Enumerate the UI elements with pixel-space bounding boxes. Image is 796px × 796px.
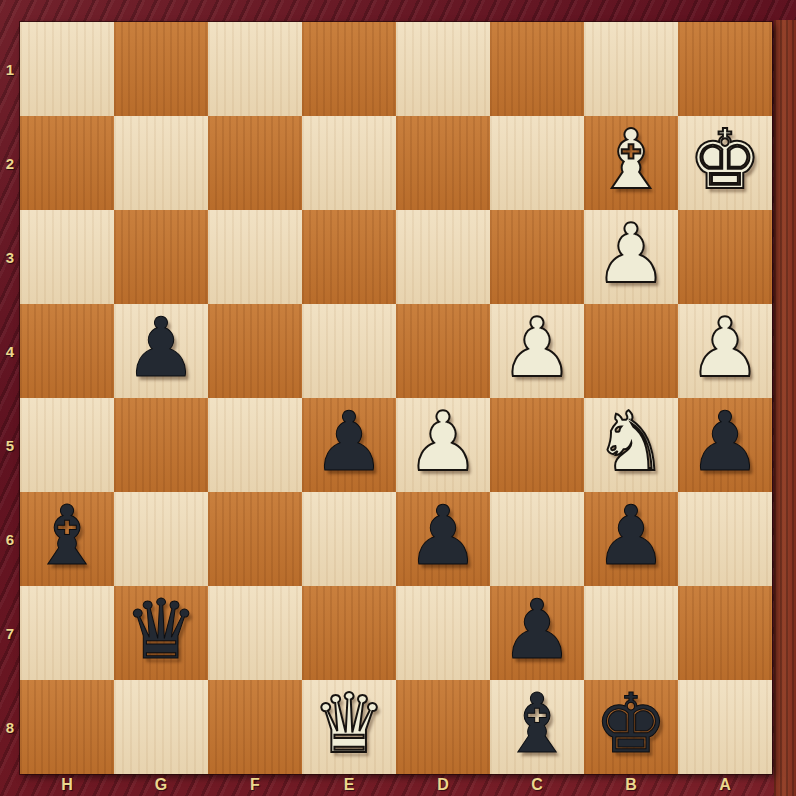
square-g3[interactable] xyxy=(114,210,208,304)
square-f8[interactable] xyxy=(208,680,302,774)
square-h7[interactable] xyxy=(20,586,114,680)
square-c8[interactable]: ♝ xyxy=(490,680,584,774)
white-pawn[interactable]: ♟ xyxy=(406,398,480,489)
black-king[interactable]: ♚ xyxy=(594,680,668,771)
square-h8[interactable] xyxy=(20,680,114,774)
square-b2[interactable]: ♝ xyxy=(584,116,678,210)
file-label-f: F xyxy=(208,774,302,796)
square-a6[interactable] xyxy=(678,492,772,586)
black-pawn[interactable]: ♟ xyxy=(312,398,386,489)
white-king[interactable]: ♚ xyxy=(688,116,762,207)
square-c1[interactable] xyxy=(490,22,584,116)
square-g4[interactable]: ♟ xyxy=(114,304,208,398)
square-e7[interactable] xyxy=(302,586,396,680)
square-g5[interactable] xyxy=(114,398,208,492)
black-pawn[interactable]: ♟ xyxy=(500,586,574,677)
square-e2[interactable] xyxy=(302,116,396,210)
square-a8[interactable] xyxy=(678,680,772,774)
square-d3[interactable] xyxy=(396,210,490,304)
black-queen[interactable]: ♛ xyxy=(124,586,198,677)
square-b4[interactable] xyxy=(584,304,678,398)
black-bishop[interactable]: ♝ xyxy=(500,680,574,771)
rank-label-4: 4 xyxy=(0,304,20,398)
square-h5[interactable] xyxy=(20,398,114,492)
square-b5[interactable]: ♞ xyxy=(584,398,678,492)
white-knight[interactable]: ♞ xyxy=(594,398,668,489)
square-c5[interactable] xyxy=(490,398,584,492)
rank-label-2: 2 xyxy=(0,116,20,210)
square-e8[interactable]: ♛ xyxy=(302,680,396,774)
square-c6[interactable] xyxy=(490,492,584,586)
black-pawn[interactable]: ♟ xyxy=(594,492,668,583)
square-d4[interactable] xyxy=(396,304,490,398)
file-label-a: A xyxy=(678,774,772,796)
rank-label-8: 8 xyxy=(0,680,20,774)
square-a4[interactable]: ♟ xyxy=(678,304,772,398)
square-f4[interactable] xyxy=(208,304,302,398)
square-d7[interactable] xyxy=(396,586,490,680)
white-bishop[interactable]: ♝ xyxy=(594,116,668,207)
square-f2[interactable] xyxy=(208,116,302,210)
square-b6[interactable]: ♟ xyxy=(584,492,678,586)
square-b3[interactable]: ♟ xyxy=(584,210,678,304)
rank-labels: 12345678 xyxy=(0,22,20,774)
square-a7[interactable] xyxy=(678,586,772,680)
square-g6[interactable] xyxy=(114,492,208,586)
square-g7[interactable]: ♛ xyxy=(114,586,208,680)
square-b8[interactable]: ♚ xyxy=(584,680,678,774)
square-e3[interactable] xyxy=(302,210,396,304)
black-pawn[interactable]: ♟ xyxy=(688,398,762,489)
square-d2[interactable] xyxy=(396,116,490,210)
chess-board: ♝♚♟♟♟♟♟♟♞♟♝♟♟♛♟♛♝♚ xyxy=(20,22,772,774)
square-d8[interactable] xyxy=(396,680,490,774)
square-a3[interactable] xyxy=(678,210,772,304)
rank-label-5: 5 xyxy=(0,398,20,492)
square-a2[interactable]: ♚ xyxy=(678,116,772,210)
square-e4[interactable] xyxy=(302,304,396,398)
black-bishop[interactable]: ♝ xyxy=(30,492,104,583)
square-d1[interactable] xyxy=(396,22,490,116)
square-h1[interactable] xyxy=(20,22,114,116)
square-e1[interactable] xyxy=(302,22,396,116)
square-h2[interactable] xyxy=(20,116,114,210)
square-g2[interactable] xyxy=(114,116,208,210)
square-f1[interactable] xyxy=(208,22,302,116)
square-g8[interactable] xyxy=(114,680,208,774)
rank-label-3: 3 xyxy=(0,210,20,304)
square-a5[interactable]: ♟ xyxy=(678,398,772,492)
square-f5[interactable] xyxy=(208,398,302,492)
file-labels: HGFEDCBA xyxy=(20,774,772,796)
square-c2[interactable] xyxy=(490,116,584,210)
rank-label-7: 7 xyxy=(0,586,20,680)
square-e6[interactable] xyxy=(302,492,396,586)
square-a1[interactable] xyxy=(678,22,772,116)
square-e5[interactable]: ♟ xyxy=(302,398,396,492)
frame-right-wood xyxy=(774,20,796,796)
square-c4[interactable]: ♟ xyxy=(490,304,584,398)
square-h3[interactable] xyxy=(20,210,114,304)
square-c7[interactable]: ♟ xyxy=(490,586,584,680)
square-f3[interactable] xyxy=(208,210,302,304)
file-label-d: D xyxy=(396,774,490,796)
square-d5[interactable]: ♟ xyxy=(396,398,490,492)
square-b1[interactable] xyxy=(584,22,678,116)
white-pawn[interactable]: ♟ xyxy=(500,304,574,395)
rank-label-6: 6 xyxy=(0,492,20,586)
white-pawn[interactable]: ♟ xyxy=(594,210,668,301)
file-label-g: G xyxy=(114,774,208,796)
file-label-e: E xyxy=(302,774,396,796)
square-d6[interactable]: ♟ xyxy=(396,492,490,586)
square-g1[interactable] xyxy=(114,22,208,116)
black-pawn[interactable]: ♟ xyxy=(124,304,198,395)
square-f6[interactable] xyxy=(208,492,302,586)
square-b7[interactable] xyxy=(584,586,678,680)
white-queen[interactable]: ♛ xyxy=(312,680,386,771)
board-frame: 12345678 ♝♚♟♟♟♟♟♟♞♟♝♟♟♛♟♛♝♚ HGFEDCBA xyxy=(0,0,796,796)
file-label-b: B xyxy=(584,774,678,796)
square-h6[interactable]: ♝ xyxy=(20,492,114,586)
rank-label-1: 1 xyxy=(0,22,20,116)
file-label-h: H xyxy=(20,774,114,796)
square-h4[interactable] xyxy=(20,304,114,398)
square-f7[interactable] xyxy=(208,586,302,680)
file-label-c: C xyxy=(490,774,584,796)
square-c3[interactable] xyxy=(490,210,584,304)
black-pawn[interactable]: ♟ xyxy=(406,492,480,583)
white-pawn[interactable]: ♟ xyxy=(688,304,762,395)
